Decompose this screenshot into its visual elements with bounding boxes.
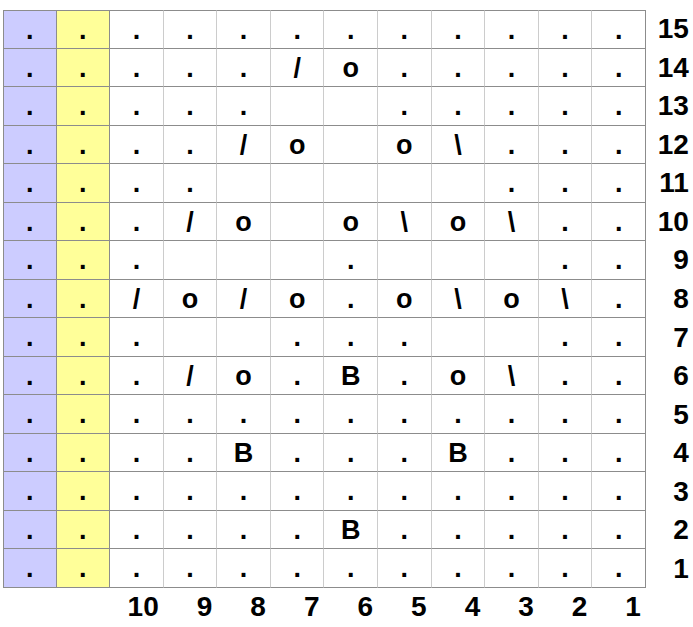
board-cell: . [324, 280, 378, 319]
board-cell: . [217, 511, 271, 550]
col-label-empty [3, 588, 57, 627]
board-cell: . [485, 395, 539, 434]
board-cell: \ [485, 357, 539, 396]
edge-cell-outer: . [3, 357, 57, 396]
edge-cell-outer: . [3, 472, 57, 511]
board-cell [164, 318, 218, 357]
board-cell: . [539, 549, 593, 588]
board-cell: . [592, 10, 646, 49]
edge-cell-outer: . [3, 395, 57, 434]
col-label: 1 [592, 588, 646, 627]
edge-cell-inner: . [57, 472, 111, 511]
board-cell: . [110, 434, 164, 473]
board-cell: . [217, 87, 271, 126]
board-cell: . [592, 126, 646, 165]
board-cell [271, 87, 325, 126]
edge-cell-inner: . [57, 434, 111, 473]
board-cell: . [432, 49, 486, 88]
board-cell [217, 164, 271, 203]
board-cell: . [378, 472, 432, 511]
board-cell: . [110, 49, 164, 88]
board-cell: . [592, 472, 646, 511]
board-cell [324, 164, 378, 203]
row-label: 11 [646, 164, 693, 203]
row-label: 13 [646, 87, 693, 126]
row-label: 8 [646, 280, 693, 319]
board-cell: o [378, 280, 432, 319]
board-cell: . [378, 87, 432, 126]
edge-cell-inner: . [57, 318, 111, 357]
board-cell: B [432, 434, 486, 473]
edge-cell-outer: . [3, 203, 57, 242]
board-cell [485, 318, 539, 357]
board-cell [324, 87, 378, 126]
board-cell: . [110, 549, 164, 588]
row-label: 6 [646, 357, 693, 396]
board-cell: . [378, 357, 432, 396]
edge-cell-inner: . [57, 357, 111, 396]
col-label: 9 [164, 588, 218, 627]
board-cell [164, 241, 218, 280]
board-cell: . [271, 357, 325, 396]
board-cell: . [592, 280, 646, 319]
board-cell: . [324, 10, 378, 49]
board-cell: . [539, 203, 593, 242]
board-cell: \ [432, 280, 486, 319]
edge-cell-inner: . [57, 511, 111, 550]
board-cell: . [271, 395, 325, 434]
board-cell [378, 164, 432, 203]
row-label: 14 [646, 49, 693, 88]
board-cell: . [164, 126, 218, 165]
board-cell: . [592, 395, 646, 434]
board-cell: . [432, 395, 486, 434]
col-label-empty [57, 588, 111, 627]
board-cell: . [271, 434, 325, 473]
board-cell: . [110, 10, 164, 49]
board-cell: . [539, 87, 593, 126]
board-cell: o [432, 203, 486, 242]
row-label: 7 [646, 318, 693, 357]
board-cell: . [485, 87, 539, 126]
row-label: 12 [646, 126, 693, 165]
board-cell: . [110, 203, 164, 242]
board-cell: / [164, 203, 218, 242]
corner-spacer [646, 588, 693, 627]
board-cell: / [110, 280, 164, 319]
board-cell: / [164, 357, 218, 396]
edge-cell-outer: . [3, 164, 57, 203]
board-cell: . [378, 10, 432, 49]
edge-cell-inner: . [57, 241, 111, 280]
board-cell: \ [539, 280, 593, 319]
board-cell: o [324, 49, 378, 88]
board-cell: . [217, 395, 271, 434]
edge-cell-outer: . [3, 434, 57, 473]
board-cell: . [432, 10, 486, 49]
board-cell [217, 318, 271, 357]
board-cell: . [592, 434, 646, 473]
board-cell: . [432, 472, 486, 511]
board-cell: . [324, 318, 378, 357]
board-cell: . [378, 49, 432, 88]
board-cell: . [539, 49, 593, 88]
board-cell: o [271, 126, 325, 165]
edge-cell-outer: . [3, 10, 57, 49]
edge-cell-inner: . [57, 126, 111, 165]
board-cell: B [324, 511, 378, 550]
board-cell [432, 318, 486, 357]
board-cell: . [164, 87, 218, 126]
board-cell: \ [432, 126, 486, 165]
board-cell: . [110, 357, 164, 396]
board-cell: . [217, 49, 271, 88]
board-cell: . [592, 549, 646, 588]
board-cell: . [324, 549, 378, 588]
board-cell: . [485, 511, 539, 550]
board-cell [271, 203, 325, 242]
board-cell: . [432, 511, 486, 550]
board-cell: o [217, 357, 271, 396]
board-cell: . [271, 511, 325, 550]
board-cell: . [378, 318, 432, 357]
board-cell: o [378, 126, 432, 165]
edge-cell-inner: . [57, 549, 111, 588]
edge-cell-outer: . [3, 280, 57, 319]
board-cell: . [485, 126, 539, 165]
board-cell: . [378, 549, 432, 588]
edge-cell-inner: . [57, 203, 111, 242]
board-cell: . [164, 49, 218, 88]
board-cell: . [164, 549, 218, 588]
col-label: 6 [324, 588, 378, 627]
board-cell: . [164, 511, 218, 550]
board-cell: o [324, 203, 378, 242]
board-cell: / [217, 126, 271, 165]
board-cell: . [539, 241, 593, 280]
row-label: 3 [646, 472, 693, 511]
board-cell: \ [485, 203, 539, 242]
edge-cell-outer: . [3, 318, 57, 357]
board-cell: . [539, 434, 593, 473]
col-label: 8 [217, 588, 271, 627]
board-cell: . [378, 511, 432, 550]
board-cell: B [324, 357, 378, 396]
board-cell: . [164, 472, 218, 511]
edge-cell-outer: . [3, 126, 57, 165]
board-cell: o [271, 280, 325, 319]
board-cell: . [378, 395, 432, 434]
edge-cell-inner: . [57, 280, 111, 319]
board-cell: . [539, 472, 593, 511]
board-cell: o [432, 357, 486, 396]
board-cell: . [539, 10, 593, 49]
edge-cell-inner: . [57, 87, 111, 126]
board-cell: . [432, 87, 486, 126]
board-cell: . [217, 10, 271, 49]
edge-cell-inner: . [57, 395, 111, 434]
board-cell: . [485, 10, 539, 49]
board-cell: \ [378, 203, 432, 242]
col-label: 4 [432, 588, 486, 627]
row-label: 2 [646, 511, 693, 550]
board-cell: o [217, 203, 271, 242]
board-cell: . [324, 241, 378, 280]
board-cell [432, 241, 486, 280]
board-cell: . [271, 472, 325, 511]
col-label: 10 [110, 588, 164, 627]
board-cell: . [539, 395, 593, 434]
edge-cell-inner: . [57, 49, 111, 88]
board-cell: . [110, 126, 164, 165]
board-cell: . [217, 549, 271, 588]
edge-cell-outer: . [3, 49, 57, 88]
edge-cell-outer: . [3, 549, 57, 588]
board-cell: . [485, 549, 539, 588]
board-cell: . [110, 511, 164, 550]
board-cell: . [592, 357, 646, 396]
board-cell: / [217, 280, 271, 319]
board-cell [324, 126, 378, 165]
board-cell: / [271, 49, 325, 88]
board-cell: o [164, 280, 218, 319]
edge-cell-outer: . [3, 511, 57, 550]
board-cell: . [110, 87, 164, 126]
board-cell: . [592, 511, 646, 550]
board-cell: . [485, 434, 539, 473]
board-cell [485, 241, 539, 280]
row-label: 5 [646, 395, 693, 434]
board-cell: . [110, 318, 164, 357]
board-cell: . [164, 10, 218, 49]
col-label: 2 [539, 588, 593, 627]
board-cell: . [217, 472, 271, 511]
board-cell: . [164, 395, 218, 434]
board-cell: . [539, 164, 593, 203]
board-cell: . [164, 164, 218, 203]
board-cell: . [539, 357, 593, 396]
edge-cell-inner: . [57, 10, 111, 49]
board-cell: . [592, 87, 646, 126]
board-cell: . [592, 318, 646, 357]
game-board: ............15...../o.....14..........13… [3, 10, 693, 627]
board-cell: . [324, 472, 378, 511]
edge-cell-outer: . [3, 87, 57, 126]
board-cell: . [592, 203, 646, 242]
board-cell: . [324, 434, 378, 473]
board-cell: . [378, 434, 432, 473]
row-label: 1 [646, 549, 693, 588]
col-label: 3 [485, 588, 539, 627]
board-cell: . [485, 472, 539, 511]
board-cell [217, 241, 271, 280]
board-cell: . [324, 395, 378, 434]
board-cell: . [485, 164, 539, 203]
board-cell [432, 164, 486, 203]
col-label: 5 [378, 588, 432, 627]
board-cell [271, 164, 325, 203]
row-label: 9 [646, 241, 693, 280]
screenshot-root: ............15...../o.....14..........13… [0, 0, 693, 627]
board-cell: . [592, 241, 646, 280]
row-label: 10 [646, 203, 693, 242]
col-label: 7 [271, 588, 325, 627]
board-cell: . [164, 434, 218, 473]
board-cell: . [432, 549, 486, 588]
board-cell: . [271, 318, 325, 357]
board-cell [271, 241, 325, 280]
row-label: 4 [646, 434, 693, 473]
board-cell: . [110, 241, 164, 280]
board-cell: . [539, 511, 593, 550]
board-cell: . [271, 10, 325, 49]
board-cell [378, 241, 432, 280]
board-cell: . [485, 49, 539, 88]
board-cell: . [592, 164, 646, 203]
board-cell: . [110, 395, 164, 434]
board-cell: B [217, 434, 271, 473]
board-cell: . [110, 472, 164, 511]
row-label: 15 [646, 10, 693, 49]
board-cell: . [110, 164, 164, 203]
board-cell: . [539, 318, 593, 357]
board-cell: . [539, 126, 593, 165]
edge-cell-outer: . [3, 241, 57, 280]
edge-cell-inner: . [57, 164, 111, 203]
board-cell: . [592, 49, 646, 88]
board-cell: . [271, 549, 325, 588]
board-cell: o [485, 280, 539, 319]
